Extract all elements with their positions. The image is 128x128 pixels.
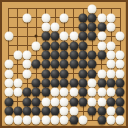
- black-stone: [88, 32, 97, 41]
- black-stone: [79, 60, 88, 69]
- go-board[interactable]: [0, 0, 128, 128]
- white-stone: [4, 79, 13, 88]
- black-stone: [41, 79, 50, 88]
- white-stone: [60, 13, 69, 22]
- black-stone: [69, 51, 78, 60]
- black-stone: [88, 107, 97, 116]
- black-stone: [41, 60, 50, 69]
- black-stone: [41, 32, 50, 41]
- black-stone: [32, 79, 41, 88]
- white-stone: [79, 116, 88, 125]
- white-stone: [4, 116, 13, 125]
- black-stone: [51, 107, 60, 116]
- black-stone: [32, 97, 41, 106]
- white-stone: [13, 79, 22, 88]
- white-stone: [88, 4, 97, 13]
- white-stone: [88, 88, 97, 97]
- black-stone: [97, 107, 106, 116]
- black-stone: [88, 60, 97, 69]
- white-stone: [116, 32, 125, 41]
- white-stone: [88, 79, 97, 88]
- white-stone: [97, 69, 106, 78]
- white-stone: [97, 41, 106, 50]
- black-stone: [60, 60, 69, 69]
- white-stone: [23, 116, 32, 125]
- black-stone: [79, 13, 88, 22]
- white-stone: [69, 88, 78, 97]
- black-stone: [97, 23, 106, 32]
- white-stone: [97, 97, 106, 106]
- white-stone: [60, 88, 69, 97]
- black-stone: [88, 23, 97, 32]
- black-stone: [97, 51, 106, 60]
- white-stone: [107, 88, 116, 97]
- black-stone: [116, 79, 125, 88]
- black-stone: [23, 88, 32, 97]
- black-stone: [23, 97, 32, 106]
- white-stone: [4, 32, 13, 41]
- white-stone: [23, 60, 32, 69]
- black-stone: [79, 88, 88, 97]
- white-stone: [116, 69, 125, 78]
- white-stone: [23, 69, 32, 78]
- white-stone: [107, 13, 116, 22]
- white-stone: [107, 60, 116, 69]
- white-stone: [51, 116, 60, 125]
- white-stone: [88, 97, 97, 106]
- black-stone: [97, 116, 106, 125]
- black-stone: [116, 107, 125, 116]
- black-stone: [51, 69, 60, 78]
- white-stone: [107, 116, 116, 125]
- black-stone: [79, 69, 88, 78]
- white-stone: [23, 51, 32, 60]
- white-stone: [107, 41, 116, 50]
- black-stone: [79, 23, 88, 32]
- white-stone: [13, 116, 22, 125]
- black-stone: [4, 97, 13, 106]
- black-stone: [79, 51, 88, 60]
- black-stone: [88, 51, 97, 60]
- black-stone: [60, 41, 69, 50]
- black-stone: [97, 79, 106, 88]
- white-stone: [4, 88, 13, 97]
- white-stone: [107, 51, 116, 60]
- black-stone: [88, 13, 97, 22]
- white-stone: [60, 116, 69, 125]
- black-stone: [41, 51, 50, 60]
- black-stone: [69, 41, 78, 50]
- white-stone: [107, 107, 116, 116]
- black-stone: [107, 79, 116, 88]
- white-stone: [107, 69, 116, 78]
- white-stone: [107, 23, 116, 32]
- black-stone: [51, 32, 60, 41]
- white-stone: [4, 69, 13, 78]
- white-stone: [116, 116, 125, 125]
- black-stone: [23, 107, 32, 116]
- black-stone: [79, 41, 88, 50]
- white-stone: [60, 32, 69, 41]
- black-stone: [4, 107, 13, 116]
- white-stone: [60, 97, 69, 106]
- white-stone: [60, 107, 69, 116]
- black-stone: [69, 60, 78, 69]
- white-stone: [97, 13, 106, 22]
- black-stone: [88, 69, 97, 78]
- white-stone: [69, 107, 78, 116]
- black-stone: [69, 79, 78, 88]
- white-stone: [69, 32, 78, 41]
- black-stone: [41, 41, 50, 50]
- black-stone: [51, 51, 60, 60]
- black-stone: [60, 51, 69, 60]
- white-stone: [97, 88, 106, 97]
- white-stone: [116, 60, 125, 69]
- white-stone: [23, 13, 32, 22]
- white-stone: [32, 116, 41, 125]
- white-stone: [41, 97, 50, 106]
- white-stone: [32, 41, 41, 50]
- black-stone: [116, 88, 125, 97]
- white-stone: [41, 116, 50, 125]
- go-app-window: [0, 0, 128, 128]
- white-stone: [41, 23, 50, 32]
- black-stone: [69, 116, 78, 125]
- white-stone: [51, 97, 60, 106]
- black-stone: [32, 88, 41, 97]
- black-stone: [79, 97, 88, 106]
- black-stone: [60, 69, 69, 78]
- white-stone: [13, 51, 22, 60]
- star-point: [35, 35, 38, 38]
- white-stone: [97, 32, 106, 41]
- black-stone: [60, 79, 69, 88]
- black-stone: [79, 79, 88, 88]
- white-stone: [41, 13, 50, 22]
- black-stone: [41, 107, 50, 116]
- black-stone: [32, 107, 41, 116]
- black-stone: [51, 41, 60, 50]
- black-stone: [107, 97, 116, 106]
- white-stone: [4, 60, 13, 69]
- black-stone: [51, 79, 60, 88]
- black-stone: [41, 88, 50, 97]
- white-stone: [51, 23, 60, 32]
- black-stone: [69, 97, 78, 106]
- black-stone: [79, 32, 88, 41]
- white-stone: [51, 88, 60, 97]
- black-stone: [116, 97, 125, 106]
- black-stone: [41, 69, 50, 78]
- black-stone: [51, 60, 60, 69]
- black-stone: [13, 107, 22, 116]
- black-stone: [32, 60, 41, 69]
- white-stone: [116, 51, 125, 60]
- white-stone: [13, 88, 22, 97]
